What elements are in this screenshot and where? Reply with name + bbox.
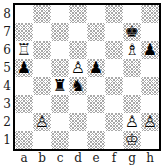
rank-label-1: 1 — [0, 131, 11, 149]
square-h6[interactable]: ♟ — [141, 41, 159, 59]
piece-black-pawn[interactable]: ♟ — [15, 59, 33, 77]
rank-label-8: 8 — [0, 5, 11, 23]
rank-label-3: 3 — [0, 95, 11, 113]
file-label-a: a — [15, 151, 33, 165]
square-a2[interactable] — [15, 113, 33, 131]
piece-white-bishop[interactable]: ♗ — [123, 41, 141, 59]
square-d3[interactable] — [69, 95, 87, 113]
square-f2[interactable] — [105, 113, 123, 131]
square-b5[interactable] — [33, 59, 51, 77]
square-f7[interactable] — [105, 23, 123, 41]
square-c2[interactable] — [51, 113, 69, 131]
square-c5[interactable] — [51, 59, 69, 77]
square-a6[interactable]: ♖ — [15, 41, 33, 59]
square-g7[interactable]: ♚ — [123, 23, 141, 41]
square-e3[interactable] — [87, 95, 105, 113]
square-g4[interactable] — [123, 77, 141, 95]
rank-label-7: 7 — [0, 23, 11, 41]
square-b8[interactable] — [33, 5, 51, 23]
square-d1[interactable] — [69, 131, 87, 149]
piece-white-pawn[interactable]: ♙ — [69, 59, 87, 77]
square-a7[interactable] — [15, 23, 33, 41]
piece-black-rook[interactable]: ♜ — [51, 77, 69, 95]
square-h1[interactable] — [141, 131, 159, 149]
square-e6[interactable] — [87, 41, 105, 59]
square-h7[interactable] — [141, 23, 159, 41]
square-f8[interactable] — [105, 5, 123, 23]
square-a3[interactable] — [15, 95, 33, 113]
square-d6[interactable] — [69, 41, 87, 59]
square-c7[interactable] — [51, 23, 69, 41]
file-label-d: d — [69, 151, 87, 165]
file-label-b: b — [33, 151, 51, 165]
square-b2[interactable]: ♙ — [33, 113, 51, 131]
rank-label-5: 5 — [0, 59, 11, 77]
square-f3[interactable] — [105, 95, 123, 113]
square-d7[interactable] — [69, 23, 87, 41]
square-g3[interactable] — [123, 95, 141, 113]
chess-board[interactable]: ♚♖♗♟♟♙♟♜♞♙♙♙♔ — [13, 3, 161, 151]
square-h5[interactable] — [141, 59, 159, 77]
piece-white-pawn[interactable]: ♙ — [141, 113, 159, 131]
piece-black-knight[interactable]: ♞ — [69, 77, 87, 95]
file-label-f: f — [105, 151, 123, 165]
square-f1[interactable] — [105, 131, 123, 149]
piece-white-rook[interactable]: ♖ — [15, 41, 33, 59]
square-e8[interactable] — [87, 5, 105, 23]
square-h4[interactable] — [141, 77, 159, 95]
file-label-e: e — [87, 151, 105, 165]
square-b3[interactable] — [33, 95, 51, 113]
square-d2[interactable] — [69, 113, 87, 131]
square-a1[interactable] — [15, 131, 33, 149]
square-h8[interactable] — [141, 5, 159, 23]
square-c8[interactable] — [51, 5, 69, 23]
square-f5[interactable] — [105, 59, 123, 77]
square-b6[interactable] — [33, 41, 51, 59]
file-label-h: h — [141, 151, 159, 165]
rank-label-2: 2 — [0, 113, 11, 131]
square-e5[interactable]: ♟ — [87, 59, 105, 77]
square-d8[interactable] — [69, 5, 87, 23]
square-d5[interactable]: ♙ — [69, 59, 87, 77]
square-a4[interactable] — [15, 77, 33, 95]
piece-white-pawn[interactable]: ♙ — [123, 113, 141, 131]
square-f4[interactable] — [105, 77, 123, 95]
square-h3[interactable] — [141, 95, 159, 113]
square-b4[interactable] — [33, 77, 51, 95]
square-e4[interactable] — [87, 77, 105, 95]
file-label-g: g — [123, 151, 141, 165]
piece-white-king[interactable]: ♔ — [123, 131, 141, 149]
square-c1[interactable] — [51, 131, 69, 149]
square-e7[interactable] — [87, 23, 105, 41]
rank-label-6: 6 — [0, 41, 11, 59]
square-b1[interactable] — [33, 131, 51, 149]
square-c4[interactable]: ♜ — [51, 77, 69, 95]
piece-black-king[interactable]: ♚ — [123, 23, 141, 41]
file-labels: abcdefgh — [13, 151, 161, 165]
square-g1[interactable]: ♔ — [123, 131, 141, 149]
piece-black-pawn[interactable]: ♟ — [87, 59, 105, 77]
square-c6[interactable] — [51, 41, 69, 59]
rank-label-4: 4 — [0, 77, 11, 95]
square-g5[interactable] — [123, 59, 141, 77]
square-d4[interactable]: ♞ — [69, 77, 87, 95]
piece-white-pawn[interactable]: ♙ — [33, 113, 51, 131]
square-g2[interactable]: ♙ — [123, 113, 141, 131]
square-g6[interactable]: ♗ — [123, 41, 141, 59]
board-with-coordinates: 87654321 ♚♖♗♟♟♙♟♜♞♙♙♙♔ abcdefgh — [0, 3, 161, 165]
square-e2[interactable] — [87, 113, 105, 131]
square-a8[interactable] — [15, 5, 33, 23]
square-b7[interactable] — [33, 23, 51, 41]
rank-labels: 87654321 — [0, 3, 13, 151]
square-c3[interactable] — [51, 95, 69, 113]
square-g8[interactable] — [123, 5, 141, 23]
square-f6[interactable] — [105, 41, 123, 59]
file-label-c: c — [51, 151, 69, 165]
square-h2[interactable]: ♙ — [141, 113, 159, 131]
square-a5[interactable]: ♟ — [15, 59, 33, 77]
chess-diagram: 87654321 ♚♖♗♟♟♙♟♜♞♙♙♙♔ abcdefgh — [0, 0, 164, 165]
square-e1[interactable] — [87, 131, 105, 149]
piece-black-pawn[interactable]: ♟ — [141, 41, 159, 59]
